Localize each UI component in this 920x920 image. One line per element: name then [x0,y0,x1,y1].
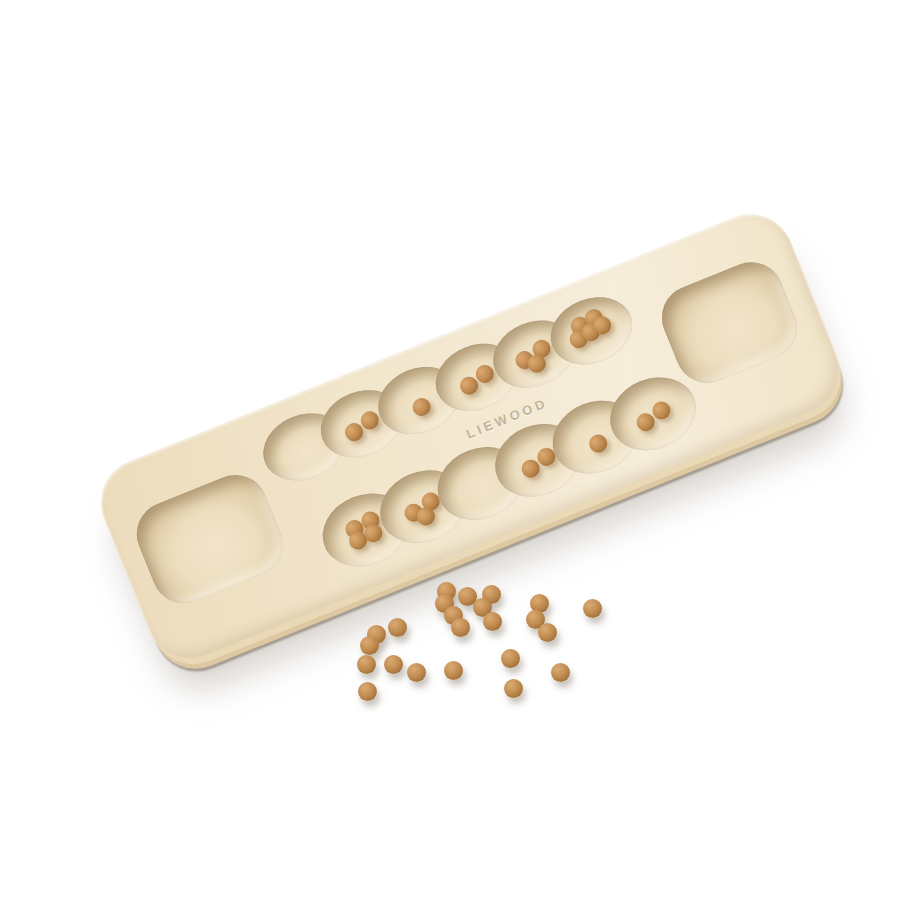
loose-bead [501,649,520,668]
loose-bead [384,655,403,674]
loose-bead [583,599,602,618]
loose-bead [551,663,570,682]
loose-bead [358,682,377,701]
loose-bead [388,618,407,637]
loose-bead [444,661,463,680]
loose-bead [504,679,523,698]
loose-bead [357,655,376,674]
loose-bead [360,636,379,655]
loose-bead [538,623,557,642]
loose-beads-area [0,0,920,920]
loose-bead [407,663,426,682]
scene: LIEWOOD [0,0,920,920]
loose-bead [451,618,470,637]
loose-bead [483,612,502,631]
